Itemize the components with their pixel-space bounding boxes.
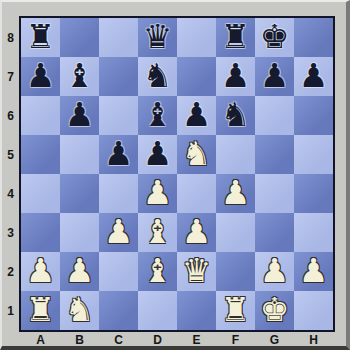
square-d7[interactable]: ♞ — [138, 57, 177, 96]
white-pawn: ♟ — [221, 176, 251, 209]
square-c2[interactable] — [99, 252, 138, 291]
black-knight: ♞ — [143, 59, 173, 92]
square-d5[interactable]: ♟ — [138, 135, 177, 174]
square-a2[interactable]: ♟ — [21, 252, 60, 291]
black-king: ♚ — [260, 20, 290, 53]
rank-label-1: 1 — [2, 291, 19, 330]
square-f7[interactable]: ♟ — [216, 57, 255, 96]
black-rook: ♜ — [26, 20, 56, 53]
square-d2[interactable]: ♝ — [138, 252, 177, 291]
square-c6[interactable] — [99, 96, 138, 135]
square-d8[interactable]: ♛ — [138, 18, 177, 57]
square-g2[interactable]: ♟ — [255, 252, 294, 291]
square-g4[interactable] — [255, 174, 294, 213]
square-e6[interactable]: ♟ — [177, 96, 216, 135]
file-label-e: E — [177, 333, 216, 347]
black-bishop: ♝ — [65, 59, 95, 92]
rank-label-4: 4 — [2, 174, 19, 213]
board-frame: 8 7 6 5 4 3 2 1 ♜♛♜♚♟♝♞♟♟♟♟♝♟♞♟♟♞♟♟♟♝♟♟♟… — [0, 0, 350, 350]
white-pawn: ♟ — [182, 215, 212, 248]
square-a5[interactable] — [21, 135, 60, 174]
white-knight: ♞ — [65, 293, 95, 326]
square-b4[interactable] — [60, 174, 99, 213]
rank-label-8: 8 — [2, 18, 19, 57]
square-a3[interactable] — [21, 213, 60, 252]
square-c8[interactable] — [99, 18, 138, 57]
square-b2[interactable]: ♟ — [60, 252, 99, 291]
white-king: ♚ — [260, 293, 290, 326]
file-labels: A B C D E F G H — [21, 333, 333, 346]
square-d1[interactable] — [138, 291, 177, 330]
square-e8[interactable] — [177, 18, 216, 57]
square-f1[interactable]: ♜ — [216, 291, 255, 330]
black-knight: ♞ — [221, 98, 251, 131]
white-pawn: ♟ — [65, 254, 95, 287]
black-rook: ♜ — [221, 20, 251, 53]
board-border: ♜♛♜♚♟♝♞♟♟♟♟♝♟♞♟♟♞♟♟♟♝♟♟♟♝♛♟♟♜♞♜♚ — [19, 16, 335, 332]
white-pawn: ♟ — [143, 176, 173, 209]
square-e7[interactable] — [177, 57, 216, 96]
file-label-h: H — [294, 333, 333, 347]
white-bishop: ♝ — [143, 215, 173, 248]
white-pawn: ♟ — [260, 254, 290, 287]
file-label-g: G — [255, 333, 294, 347]
white-rook: ♜ — [26, 293, 56, 326]
rank-labels: 8 7 6 5 4 3 2 1 — [2, 18, 19, 330]
white-rook: ♜ — [221, 293, 251, 326]
square-c7[interactable] — [99, 57, 138, 96]
square-h4[interactable] — [294, 174, 333, 213]
square-c5[interactable]: ♟ — [99, 135, 138, 174]
rank-label-3: 3 — [2, 213, 19, 252]
square-e3[interactable]: ♟ — [177, 213, 216, 252]
square-a4[interactable] — [21, 174, 60, 213]
square-f2[interactable] — [216, 252, 255, 291]
white-bishop: ♝ — [143, 254, 173, 287]
square-d3[interactable]: ♝ — [138, 213, 177, 252]
white-queen: ♛ — [182, 254, 212, 287]
white-pawn: ♟ — [26, 254, 56, 287]
square-e1[interactable] — [177, 291, 216, 330]
square-h2[interactable]: ♟ — [294, 252, 333, 291]
file-label-d: D — [138, 333, 177, 347]
white-pawn: ♟ — [299, 254, 329, 287]
file-label-a: A — [21, 333, 60, 347]
square-a7[interactable]: ♟ — [21, 57, 60, 96]
square-h8[interactable] — [294, 18, 333, 57]
square-a8[interactable]: ♜ — [21, 18, 60, 57]
black-bishop: ♝ — [143, 98, 173, 131]
rank-label-5: 5 — [2, 135, 19, 174]
square-b5[interactable] — [60, 135, 99, 174]
square-f5[interactable] — [216, 135, 255, 174]
square-e4[interactable] — [177, 174, 216, 213]
square-b6[interactable]: ♟ — [60, 96, 99, 135]
square-h7[interactable]: ♟ — [294, 57, 333, 96]
square-g1[interactable]: ♚ — [255, 291, 294, 330]
white-pawn: ♟ — [104, 215, 134, 248]
black-pawn: ♟ — [26, 59, 56, 92]
chess-board: ♜♛♜♚♟♝♞♟♟♟♟♝♟♞♟♟♞♟♟♟♝♟♟♟♝♛♟♟♜♞♜♚ — [21, 18, 333, 330]
black-pawn: ♟ — [143, 137, 173, 170]
square-b3[interactable] — [60, 213, 99, 252]
black-pawn: ♟ — [221, 59, 251, 92]
square-g6[interactable] — [255, 96, 294, 135]
square-b8[interactable] — [60, 18, 99, 57]
square-f4[interactable]: ♟ — [216, 174, 255, 213]
square-a6[interactable] — [21, 96, 60, 135]
square-h1[interactable] — [294, 291, 333, 330]
square-c1[interactable] — [99, 291, 138, 330]
square-g8[interactable]: ♚ — [255, 18, 294, 57]
square-c3[interactable]: ♟ — [99, 213, 138, 252]
square-g5[interactable] — [255, 135, 294, 174]
square-d4[interactable]: ♟ — [138, 174, 177, 213]
square-b7[interactable]: ♝ — [60, 57, 99, 96]
black-queen: ♛ — [143, 20, 173, 53]
file-label-b: B — [60, 333, 99, 347]
square-a1[interactable]: ♜ — [21, 291, 60, 330]
square-h6[interactable] — [294, 96, 333, 135]
square-f6[interactable]: ♞ — [216, 96, 255, 135]
square-f3[interactable] — [216, 213, 255, 252]
black-pawn: ♟ — [182, 98, 212, 131]
square-c4[interactable] — [99, 174, 138, 213]
black-pawn: ♟ — [260, 59, 290, 92]
file-label-f: F — [216, 333, 255, 347]
black-pawn: ♟ — [65, 98, 95, 131]
square-g7[interactable]: ♟ — [255, 57, 294, 96]
rank-label-6: 6 — [2, 96, 19, 135]
square-f8[interactable]: ♜ — [216, 18, 255, 57]
square-e5[interactable]: ♞ — [177, 135, 216, 174]
black-pawn: ♟ — [299, 59, 329, 92]
rank-label-2: 2 — [2, 252, 19, 291]
file-label-c: C — [99, 333, 138, 347]
square-h3[interactable] — [294, 213, 333, 252]
square-e2[interactable]: ♛ — [177, 252, 216, 291]
rank-label-7: 7 — [2, 57, 19, 96]
square-b1[interactable]: ♞ — [60, 291, 99, 330]
square-g3[interactable] — [255, 213, 294, 252]
white-knight: ♞ — [182, 137, 212, 170]
square-h5[interactable] — [294, 135, 333, 174]
square-d6[interactable]: ♝ — [138, 96, 177, 135]
black-pawn: ♟ — [104, 137, 134, 170]
